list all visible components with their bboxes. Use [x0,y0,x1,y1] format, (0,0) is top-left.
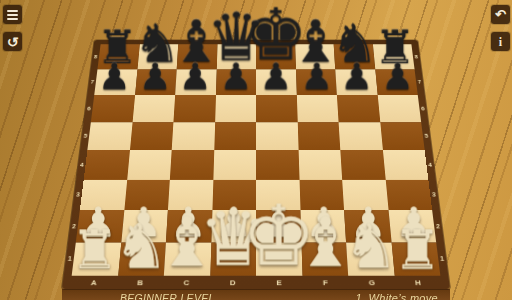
info-icon: i [499,36,502,48]
square-b5[interactable] [130,122,174,150]
square-c4[interactable] [170,150,214,179]
menu-icon [7,10,18,20]
file-label-a: A [70,278,117,287]
rank-label-5: 5 [423,133,431,138]
file-label-d: D [210,278,256,287]
rank-label-4: 4 [426,162,434,168]
black-pawn[interactable]: ♟ [219,61,252,95]
black-pawn[interactable]: ♟ [260,61,293,95]
rank-label-4: 4 [78,162,86,168]
square-e5[interactable] [256,122,298,150]
square-c5[interactable] [172,122,215,150]
restart-icon: ↺ [7,35,19,49]
square-b6[interactable] [132,95,175,122]
white-knight[interactable]: ♞ [113,218,168,274]
square-a4[interactable] [84,150,130,179]
square-e7[interactable]: ♟ [256,69,296,95]
move-status-label: 1. White’s move [355,292,438,300]
rank-label-7: 7 [89,79,97,84]
file-labels: ABCDEFGH [70,276,442,289]
rank-label-3: 3 [430,192,438,198]
white-king[interactable]: ♚ [242,198,317,275]
black-pawn[interactable]: ♟ [300,61,333,95]
square-f7[interactable]: ♟ [296,69,337,95]
square-a6[interactable] [91,95,135,122]
rank-label-5: 5 [82,133,90,138]
rank-label-3: 3 [74,192,82,198]
square-h4[interactable] [382,150,428,179]
square-g4[interactable] [340,150,385,179]
rank-label-6: 6 [419,106,427,111]
square-f5[interactable] [297,122,340,150]
undo-button[interactable]: ↶ [491,5,510,24]
file-label-c: C [163,278,210,287]
square-c6[interactable] [173,95,215,122]
file-label-g: G [348,278,395,287]
white-knight[interactable]: ♞ [344,218,399,274]
file-label-h: H [394,278,441,287]
square-h1[interactable]: ♜ [391,242,440,276]
white-rook[interactable]: ♜ [71,226,119,275]
rank-label-7: 7 [416,79,424,84]
square-a7[interactable]: ♟ [94,69,137,95]
square-g5[interactable] [339,122,383,150]
white-rook[interactable]: ♜ [393,226,441,275]
board-squares: ♜♞♝♛♚♝♞♜♟♟♟♟♟♟♟♟♟♟♟♟♟♟♟♟♜♞♝♛♚♝♞♜ [72,44,441,276]
file-label-e: E [256,278,302,287]
square-e4[interactable] [256,150,299,179]
square-e1[interactable]: ♚ [256,242,302,276]
black-pawn[interactable]: ♟ [381,61,414,95]
board-perspective-wrap: ♜♞♝♛♚♝♞♜♟♟♟♟♟♟♟♟♟♟♟♟♟♟♟♟♜♞♝♛♚♝♞♜ 8765432… [62,0,450,289]
black-pawn[interactable]: ♟ [341,61,374,95]
square-b1[interactable]: ♞ [118,242,166,276]
square-g6[interactable] [337,95,380,122]
square-d4[interactable] [213,150,256,179]
file-label-f: F [302,278,349,287]
square-h5[interactable] [380,122,425,150]
square-a5[interactable] [87,122,132,150]
file-label-b: B [117,278,164,287]
square-b4[interactable] [127,150,172,179]
square-d5[interactable] [214,122,256,150]
chess-board[interactable]: ♜♞♝♛♚♝♞♜♟♟♟♟♟♟♟♟♟♟♟♟♟♟♟♟♜♞♝♛♚♝♞♜ 8765432… [62,40,450,289]
square-d6[interactable] [215,95,256,122]
restart-button[interactable]: ↺ [3,32,22,51]
square-g1[interactable]: ♞ [346,242,394,276]
square-g7[interactable]: ♟ [335,69,377,95]
menu-button[interactable] [3,5,22,24]
square-h6[interactable] [377,95,421,122]
level-label: BEGINNER LEVEL [120,292,215,300]
undo-icon: ↶ [495,8,506,21]
square-h7[interactable]: ♟ [375,69,418,95]
square-d7[interactable]: ♟ [216,69,256,95]
board-front-face: BEGINNER LEVEL 1. White’s move [62,289,450,300]
black-pawn[interactable]: ♟ [98,61,131,95]
black-pawn[interactable]: ♟ [179,61,212,95]
info-button[interactable]: i [491,32,510,51]
square-f4[interactable] [298,150,342,179]
square-f6[interactable] [296,95,338,122]
chess-app-screen: ↺ ↶ i ♜♞♝♛♚♝♞♜♟♟♟♟♟♟♟♟♟♟♟♟♟♟♟♟♜♞♝♛♚♝♞♜ 8… [0,0,512,300]
square-b7[interactable]: ♟ [135,69,177,95]
square-c7[interactable]: ♟ [175,69,216,95]
black-pawn[interactable]: ♟ [139,61,172,95]
square-e6[interactable] [256,95,297,122]
rank-label-6: 6 [85,106,93,111]
